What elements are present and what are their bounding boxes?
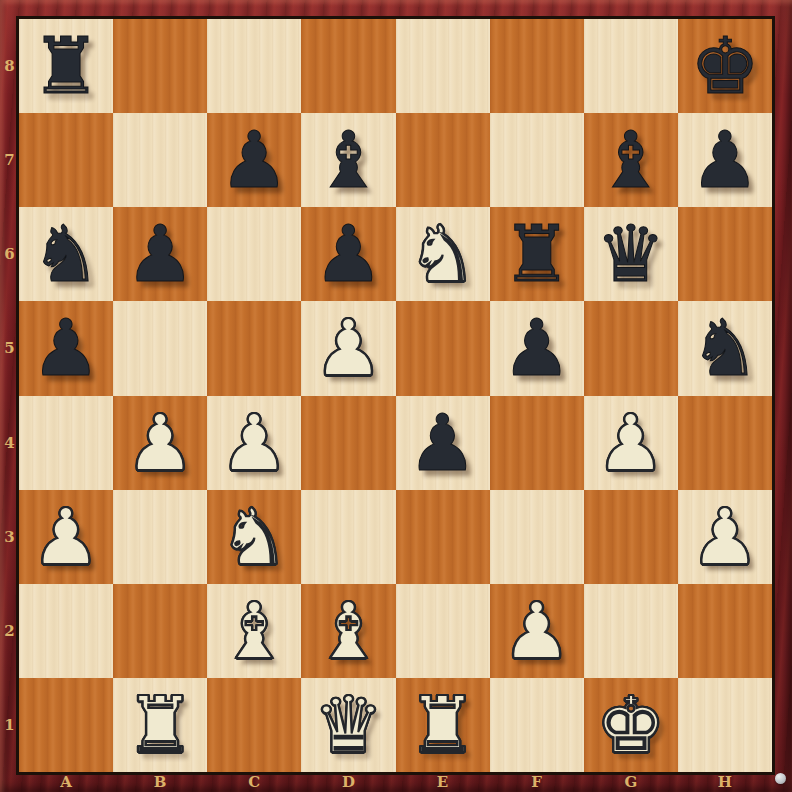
file-label-B: B	[113, 772, 207, 792]
square-c2[interactable]: ♝	[207, 584, 301, 678]
rank-label-5: 5	[0, 301, 19, 395]
square-b6[interactable]: ♟	[113, 207, 207, 301]
black-pawn-h7[interactable]: ♟	[678, 113, 772, 207]
black-pawn-e4[interactable]: ♟	[396, 396, 490, 490]
white-pawn-c4[interactable]: ♟	[207, 396, 301, 490]
file-label-G: G	[584, 772, 678, 792]
square-h7[interactable]: ♟	[678, 113, 772, 207]
square-f1[interactable]	[490, 678, 584, 772]
square-d7[interactable]: ♝	[301, 113, 395, 207]
file-label-E: E	[396, 772, 490, 792]
square-d3[interactable]	[301, 490, 395, 584]
rank-label-3: 3	[0, 490, 19, 584]
square-h1[interactable]	[678, 678, 772, 772]
square-g8[interactable]	[584, 19, 678, 113]
rank-label-2: 2	[0, 584, 19, 678]
white-rook-b1[interactable]: ♜	[113, 678, 207, 772]
rank-label-7: 7	[0, 113, 19, 207]
square-b8[interactable]	[113, 19, 207, 113]
square-d6[interactable]: ♟	[301, 207, 395, 301]
white-pawn-a3[interactable]: ♟	[19, 490, 113, 584]
square-d8[interactable]	[301, 19, 395, 113]
square-f3[interactable]	[490, 490, 584, 584]
square-f5[interactable]: ♟	[490, 301, 584, 395]
square-c1[interactable]	[207, 678, 301, 772]
square-d1[interactable]: ♛	[301, 678, 395, 772]
square-h4[interactable]	[678, 396, 772, 490]
square-e8[interactable]	[396, 19, 490, 113]
square-h3[interactable]: ♟	[678, 490, 772, 584]
rank-label-6: 6	[0, 207, 19, 301]
square-e5[interactable]	[396, 301, 490, 395]
white-pawn-h3[interactable]: ♟	[678, 490, 772, 584]
square-b2[interactable]	[113, 584, 207, 678]
black-pawn-f5[interactable]: ♟	[490, 301, 584, 395]
square-b5[interactable]	[113, 301, 207, 395]
file-label-F: F	[490, 772, 584, 792]
white-knight-c3[interactable]: ♞	[207, 490, 301, 584]
black-pawn-a5[interactable]: ♟	[19, 301, 113, 395]
square-d5[interactable]: ♟	[301, 301, 395, 395]
square-b7[interactable]	[113, 113, 207, 207]
black-bishop-g7[interactable]: ♝	[584, 113, 678, 207]
square-a8[interactable]: ♜	[19, 19, 113, 113]
square-d4[interactable]	[301, 396, 395, 490]
square-c8[interactable]	[207, 19, 301, 113]
black-bishop-d7[interactable]: ♝	[301, 113, 395, 207]
square-g2[interactable]	[584, 584, 678, 678]
square-a7[interactable]	[19, 113, 113, 207]
square-h8[interactable]: ♚	[678, 19, 772, 113]
square-e1[interactable]: ♜	[396, 678, 490, 772]
square-f8[interactable]	[490, 19, 584, 113]
square-b3[interactable]	[113, 490, 207, 584]
rank-label-1: 1	[0, 678, 19, 772]
square-a5[interactable]: ♟	[19, 301, 113, 395]
black-queen-g6[interactable]: ♛	[584, 207, 678, 301]
black-pawn-d6[interactable]: ♟	[301, 207, 395, 301]
square-e7[interactable]	[396, 113, 490, 207]
rank-label-4: 4	[0, 396, 19, 490]
file-label-A: A	[19, 772, 113, 792]
white-bishop-d2[interactable]: ♝	[301, 584, 395, 678]
square-g5[interactable]	[584, 301, 678, 395]
square-e6[interactable]: ♞	[396, 207, 490, 301]
white-rook-e1[interactable]: ♜	[396, 678, 490, 772]
black-rook-f6[interactable]: ♜	[490, 207, 584, 301]
square-b4[interactable]: ♟	[113, 396, 207, 490]
black-king-h8[interactable]: ♚	[678, 19, 772, 113]
square-f4[interactable]	[490, 396, 584, 490]
square-f6[interactable]: ♜	[490, 207, 584, 301]
board-resize-handle-dot[interactable]	[775, 773, 786, 784]
black-rook-a8[interactable]: ♜	[19, 19, 113, 113]
black-pawn-c7[interactable]: ♟	[207, 113, 301, 207]
file-label-H: H	[678, 772, 772, 792]
square-h2[interactable]	[678, 584, 772, 678]
square-c4[interactable]: ♟	[207, 396, 301, 490]
file-label-C: C	[207, 772, 301, 792]
square-d2[interactable]: ♝	[301, 584, 395, 678]
square-e2[interactable]	[396, 584, 490, 678]
square-c5[interactable]	[207, 301, 301, 395]
white-pawn-g4[interactable]: ♟	[584, 396, 678, 490]
rank-labels: 87654321	[0, 19, 19, 772]
white-pawn-d5[interactable]: ♟	[301, 301, 395, 395]
square-c7[interactable]: ♟	[207, 113, 301, 207]
square-c6[interactable]	[207, 207, 301, 301]
square-e3[interactable]	[396, 490, 490, 584]
white-bishop-c2[interactable]: ♝	[207, 584, 301, 678]
square-a6[interactable]: ♞	[19, 207, 113, 301]
square-g1[interactable]: ♚	[584, 678, 678, 772]
square-a2[interactable]	[19, 584, 113, 678]
square-f7[interactable]	[490, 113, 584, 207]
square-f2[interactable]: ♟	[490, 584, 584, 678]
white-queen-d1[interactable]: ♛	[301, 678, 395, 772]
chess-gui: { "game": "chess", "position": "r6k/2pb2…	[0, 0, 792, 792]
white-king-g1[interactable]: ♚	[584, 678, 678, 772]
square-a4[interactable]	[19, 396, 113, 490]
black-knight-a6[interactable]: ♞	[19, 207, 113, 301]
white-pawn-f2[interactable]: ♟	[490, 584, 584, 678]
white-knight-e6[interactable]: ♞	[396, 207, 490, 301]
chess-board: ♜♚♟♝♝♟♞♟♟♞♜♛♟♟♟♞♟♟♟♟♟♞♟♝♝♟♜♛♜♚	[19, 19, 772, 772]
square-a3[interactable]: ♟	[19, 490, 113, 584]
square-g7[interactable]: ♝	[584, 113, 678, 207]
rank-label-8: 8	[0, 19, 19, 113]
square-g4[interactable]: ♟	[584, 396, 678, 490]
square-b1[interactable]: ♜	[113, 678, 207, 772]
square-c3[interactable]: ♞	[207, 490, 301, 584]
black-pawn-b6[interactable]: ♟	[113, 207, 207, 301]
square-h6[interactable]	[678, 207, 772, 301]
file-labels: ABCDEFGH	[19, 772, 772, 792]
square-a1[interactable]	[19, 678, 113, 772]
white-pawn-b4[interactable]: ♟	[113, 396, 207, 490]
square-e4[interactable]: ♟	[396, 396, 490, 490]
black-knight-h5[interactable]: ♞	[678, 301, 772, 395]
square-g6[interactable]: ♛	[584, 207, 678, 301]
file-label-D: D	[301, 772, 395, 792]
square-g3[interactable]	[584, 490, 678, 584]
square-h5[interactable]: ♞	[678, 301, 772, 395]
